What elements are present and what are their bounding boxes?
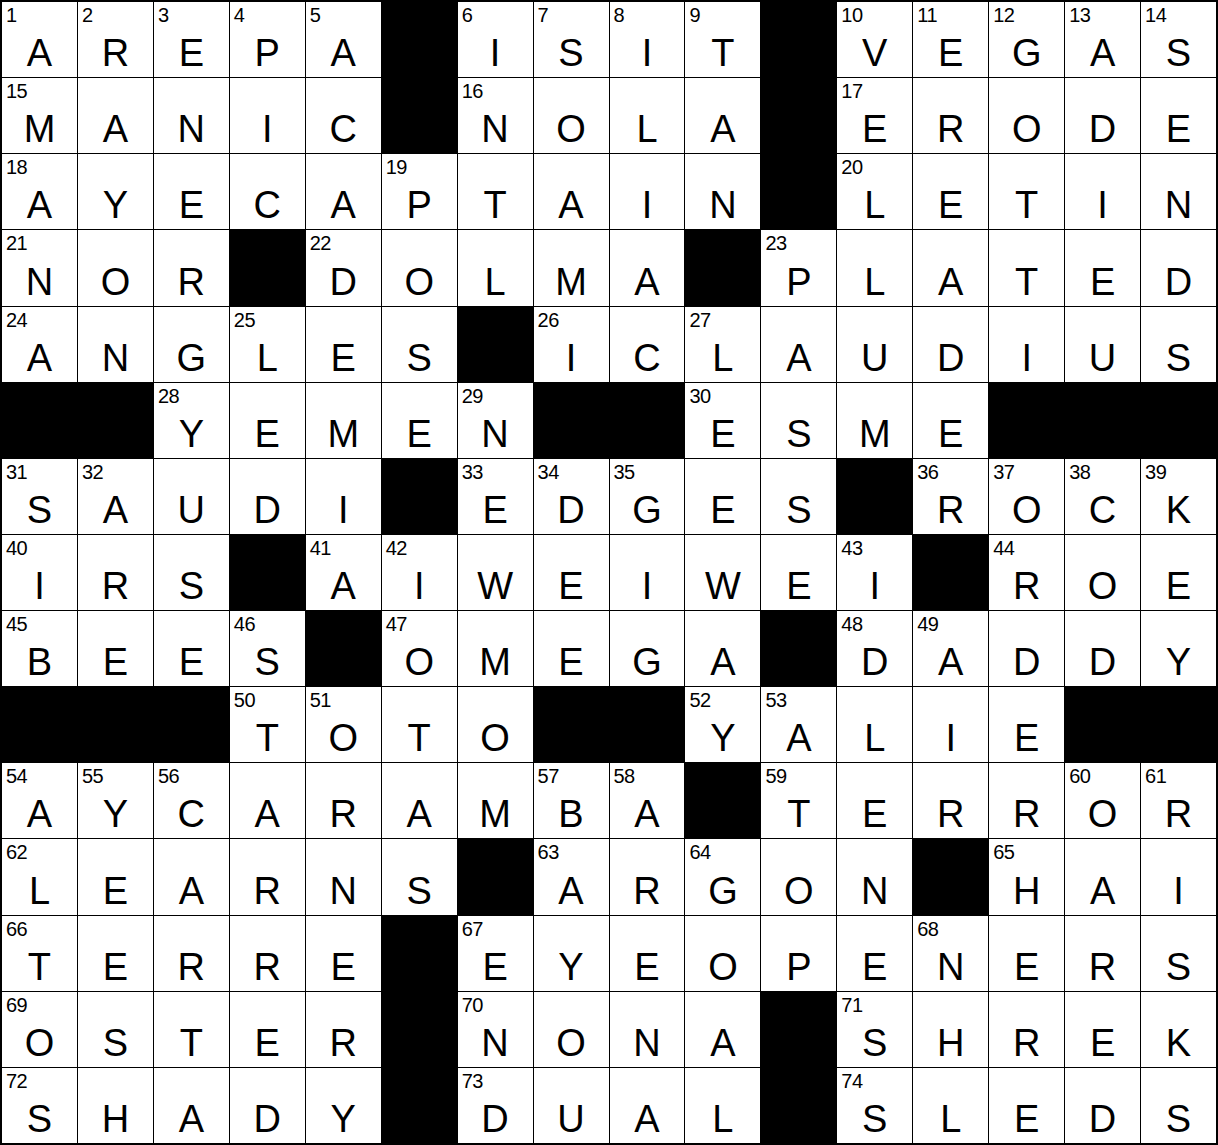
cell-r14c3[interactable]: T	[154, 992, 229, 1067]
cell-r4c13[interactable]: A	[913, 230, 988, 305]
cell-letter: V	[837, 34, 912, 72]
cell-r14c16[interactable]: K	[1141, 992, 1216, 1067]
cell-r1c14[interactable]: 12G	[989, 2, 1064, 77]
cell-letter: N	[685, 186, 760, 224]
cell-r3c2[interactable]: Y	[78, 154, 153, 229]
cell-r15c16[interactable]: S	[1141, 1068, 1216, 1143]
clue-number: 22	[310, 232, 331, 254]
cell-r2c15[interactable]: D	[1065, 78, 1140, 153]
cell-r13c5[interactable]: E	[306, 916, 381, 991]
cell-r1c12[interactable]: 10V	[837, 2, 912, 77]
cell-letter: B	[2, 643, 77, 681]
cell-r9c13[interactable]: 49A	[913, 611, 988, 686]
cell-letter: D	[458, 1100, 533, 1138]
cell-letter: A	[78, 110, 153, 148]
cell-r15c12[interactable]: 74S	[837, 1068, 912, 1143]
cell-letter: D	[1141, 263, 1216, 301]
cell-r2c16[interactable]: E	[1141, 78, 1216, 153]
cell-r6c7[interactable]: 29N	[458, 383, 533, 458]
cell-r6c13[interactable]: E	[913, 383, 988, 458]
cell-r12c9[interactable]: R	[610, 839, 685, 914]
cell-r10c12[interactable]: L	[837, 687, 912, 762]
cell-r10c4[interactable]: 50T	[230, 687, 305, 762]
cell-r10c1	[2, 687, 77, 762]
cell-r14c1[interactable]: 69O	[2, 992, 77, 1067]
cell-r6c16	[1141, 383, 1216, 458]
cell-r2c2[interactable]: A	[78, 78, 153, 153]
cell-r7c10[interactable]: E	[685, 459, 760, 534]
cell-letter: D	[230, 1100, 305, 1138]
cell-r7c15[interactable]: 38C	[1065, 459, 1140, 534]
cell-r10c16	[1141, 687, 1216, 762]
cell-r12c1[interactable]: 62L	[2, 839, 77, 914]
cell-r9c10[interactable]: A	[685, 611, 760, 686]
cell-r2c11	[761, 78, 836, 153]
cell-r9c2[interactable]: E	[78, 611, 153, 686]
cell-r5c15[interactable]: U	[1065, 307, 1140, 382]
cell-r4c15[interactable]: E	[1065, 230, 1140, 305]
cell-r13c3[interactable]: R	[154, 916, 229, 991]
cell-r3c9[interactable]: I	[610, 154, 685, 229]
clue-number: 30	[689, 385, 710, 407]
cell-letter: I	[1141, 872, 1216, 910]
cell-r4c7[interactable]: L	[458, 230, 533, 305]
cell-letter: E	[534, 567, 609, 605]
clue-number: 66	[6, 918, 27, 940]
cell-r15c15[interactable]: D	[1065, 1068, 1140, 1143]
cell-letter: G	[989, 34, 1064, 72]
cell-letter: L	[837, 186, 912, 224]
cell-letter: E	[913, 415, 988, 453]
cell-letter: L	[2, 872, 77, 910]
cell-r6c15	[1065, 383, 1140, 458]
cell-r11c8[interactable]: 57B	[534, 763, 609, 838]
cell-letter: O	[685, 948, 760, 986]
cell-r15c4[interactable]: D	[230, 1068, 305, 1143]
cell-r10c6[interactable]: T	[382, 687, 457, 762]
cell-r6c5[interactable]: M	[306, 383, 381, 458]
cell-r14c2[interactable]: S	[78, 992, 153, 1067]
cell-r6c3[interactable]: 28Y	[154, 383, 229, 458]
cell-r1c9[interactable]: 8I	[610, 2, 685, 77]
cell-letter: I	[610, 186, 685, 224]
cell-r7c9[interactable]: 35G	[610, 459, 685, 534]
cell-r6c4[interactable]: E	[230, 383, 305, 458]
cell-r4c9[interactable]: A	[610, 230, 685, 305]
cell-r8c14[interactable]: 44R	[989, 535, 1064, 610]
clue-number: 63	[538, 841, 559, 863]
cell-letter: I	[306, 491, 381, 529]
cell-r8c2[interactable]: R	[78, 535, 153, 610]
clue-number: 35	[614, 461, 635, 483]
cell-r13c4[interactable]: R	[230, 916, 305, 991]
cell-letter: D	[989, 643, 1064, 681]
cell-r3c16[interactable]: N	[1141, 154, 1216, 229]
cell-letter: B	[534, 795, 609, 833]
cell-r2c6	[382, 78, 457, 153]
cell-r7c13[interactable]: 36R	[913, 459, 988, 534]
cell-r13c15[interactable]: R	[1065, 916, 1140, 991]
cell-r2c5[interactable]: C	[306, 78, 381, 153]
cell-r14c9[interactable]: N	[610, 992, 685, 1067]
cell-r12c5[interactable]: N	[306, 839, 381, 914]
cell-r12c6[interactable]: S	[382, 839, 457, 914]
cell-r5c11[interactable]: A	[761, 307, 836, 382]
cell-r13c16[interactable]: S	[1141, 916, 1216, 991]
cell-r5c1[interactable]: 24A	[2, 307, 77, 382]
cell-r14c8[interactable]: O	[534, 992, 609, 1067]
cell-r15c5[interactable]: Y	[306, 1068, 381, 1143]
cell-letter: C	[306, 110, 381, 148]
cell-letter: T	[761, 795, 836, 833]
cell-r1c2[interactable]: 2R	[78, 2, 153, 77]
cell-r1c8[interactable]: 7S	[534, 2, 609, 77]
cell-r6c14	[989, 383, 1064, 458]
cell-r11c1[interactable]: 54A	[2, 763, 77, 838]
cell-r13c10[interactable]: O	[685, 916, 760, 991]
cell-r3c4[interactable]: C	[230, 154, 305, 229]
cell-letter: P	[382, 186, 457, 224]
cell-r13c12[interactable]: E	[837, 916, 912, 991]
cell-r10c14[interactable]: E	[989, 687, 1064, 762]
cell-r12c11[interactable]: O	[761, 839, 836, 914]
cell-letter: A	[761, 339, 836, 377]
cell-r8c10[interactable]: W	[685, 535, 760, 610]
cell-r3c13[interactable]: E	[913, 154, 988, 229]
cell-r14c12[interactable]: 71S	[837, 992, 912, 1067]
cell-r1c1[interactable]: 1A	[2, 2, 77, 77]
cell-r5c10[interactable]: 27L	[685, 307, 760, 382]
cell-letter: E	[685, 491, 760, 529]
cell-r8c6[interactable]: 42I	[382, 535, 457, 610]
cell-r11c6[interactable]: A	[382, 763, 457, 838]
cell-r7c5[interactable]: I	[306, 459, 381, 534]
cell-r12c2[interactable]: E	[78, 839, 153, 914]
cell-r14c10[interactable]: A	[685, 992, 760, 1067]
clue-number: 4	[234, 4, 245, 26]
cell-letter: I	[837, 567, 912, 605]
cell-r2c10[interactable]: A	[685, 78, 760, 153]
cell-r13c2[interactable]: E	[78, 916, 153, 991]
cell-r3c15[interactable]: I	[1065, 154, 1140, 229]
cell-r6c2	[78, 383, 153, 458]
cell-r7c4[interactable]: D	[230, 459, 305, 534]
cell-r3c3[interactable]: E	[154, 154, 229, 229]
cell-r11c12[interactable]: E	[837, 763, 912, 838]
clue-number: 52	[689, 689, 710, 711]
cell-letter: E	[610, 948, 685, 986]
cell-r10c11[interactable]: 53A	[761, 687, 836, 762]
cell-r15c2[interactable]: H	[78, 1068, 153, 1143]
clue-number: 9	[689, 4, 700, 26]
cell-r11c14[interactable]: R	[989, 763, 1064, 838]
cell-r15c8[interactable]: U	[534, 1068, 609, 1143]
clue-number: 7	[538, 4, 549, 26]
cell-r11c15[interactable]: 60O	[1065, 763, 1140, 838]
clue-number: 53	[765, 689, 786, 711]
cell-r5c9[interactable]: C	[610, 307, 685, 382]
cell-r9c15[interactable]: D	[1065, 611, 1140, 686]
cell-r13c8[interactable]: Y	[534, 916, 609, 991]
cell-letter: E	[458, 491, 533, 529]
cell-r1c10[interactable]: 9T	[685, 2, 760, 77]
cell-r14c7[interactable]: 70N	[458, 992, 533, 1067]
cell-letter: R	[1141, 795, 1216, 833]
cell-r3c7[interactable]: T	[458, 154, 533, 229]
cell-r13c9[interactable]: E	[610, 916, 685, 991]
cell-r10c10[interactable]: 52Y	[685, 687, 760, 762]
cell-r5c8[interactable]: 26I	[534, 307, 609, 382]
cell-letter: R	[989, 795, 1064, 833]
cell-r4c12[interactable]: L	[837, 230, 912, 305]
cell-r6c12[interactable]: M	[837, 383, 912, 458]
cell-r8c9[interactable]: I	[610, 535, 685, 610]
cell-r1c11	[761, 2, 836, 77]
cell-r9c8[interactable]: E	[534, 611, 609, 686]
cell-r11c16[interactable]: 61R	[1141, 763, 1216, 838]
clue-number: 40	[6, 537, 27, 559]
cell-r3c14[interactable]: T	[989, 154, 1064, 229]
cell-r9c16[interactable]: Y	[1141, 611, 1216, 686]
cell-r5c6[interactable]: S	[382, 307, 457, 382]
cell-r10c7[interactable]: O	[458, 687, 533, 762]
cell-r12c7	[458, 839, 533, 914]
cell-letter: G	[610, 491, 685, 529]
cell-letter: R	[989, 567, 1064, 605]
clue-number: 19	[386, 156, 407, 178]
cell-letter: E	[154, 643, 229, 681]
cell-r8c15[interactable]: O	[1065, 535, 1140, 610]
cell-r13c11[interactable]: P	[761, 916, 836, 991]
cell-r12c16[interactable]: I	[1141, 839, 1216, 914]
cell-r7c14[interactable]: 37O	[989, 459, 1064, 534]
cell-r15c13[interactable]: L	[913, 1068, 988, 1143]
cell-r2c1[interactable]: 15M	[2, 78, 77, 153]
cell-r15c1[interactable]: 72S	[2, 1068, 77, 1143]
cell-letter: S	[761, 415, 836, 453]
cell-r2c12[interactable]: 17E	[837, 78, 912, 153]
cell-r6c10[interactable]: 30E	[685, 383, 760, 458]
cell-letter: A	[610, 795, 685, 833]
clue-number: 11	[917, 4, 937, 26]
cell-r15c7[interactable]: 73D	[458, 1068, 533, 1143]
cell-r11c9[interactable]: 58A	[610, 763, 685, 838]
cell-r15c10[interactable]: L	[685, 1068, 760, 1143]
cell-r7c8[interactable]: 34D	[534, 459, 609, 534]
cell-r12c15[interactable]: A	[1065, 839, 1140, 914]
cell-r4c4	[230, 230, 305, 305]
clue-number: 69	[6, 994, 27, 1016]
cell-r9c3[interactable]: E	[154, 611, 229, 686]
cell-letter: M	[534, 263, 609, 301]
cell-r3c6[interactable]: 19P	[382, 154, 457, 229]
cell-r7c11[interactable]: S	[761, 459, 836, 534]
cell-r4c14[interactable]: T	[989, 230, 1064, 305]
cell-r3c1[interactable]: 18A	[2, 154, 77, 229]
cell-letter: T	[989, 186, 1064, 224]
cell-r8c12[interactable]: 43I	[837, 535, 912, 610]
cell-r9c14[interactable]: D	[989, 611, 1064, 686]
cell-r5c13[interactable]: D	[913, 307, 988, 382]
cell-letter: L	[837, 263, 912, 301]
clue-number: 15	[6, 80, 27, 102]
cell-r5c5[interactable]: E	[306, 307, 381, 382]
cell-r3c8[interactable]: A	[534, 154, 609, 229]
cell-r2c7[interactable]: 16N	[458, 78, 533, 153]
cell-r13c1[interactable]: 66T	[2, 916, 77, 991]
cell-r12c14[interactable]: 65H	[989, 839, 1064, 914]
clue-number: 32	[82, 461, 103, 483]
cell-r1c3[interactable]: 3E	[154, 2, 229, 77]
cell-r12c4[interactable]: R	[230, 839, 305, 914]
cell-r3c12[interactable]: 20L	[837, 154, 912, 229]
cell-r2c8[interactable]: O	[534, 78, 609, 153]
cell-letter: E	[989, 948, 1064, 986]
cell-letter: R	[913, 795, 988, 833]
cell-r5c14[interactable]: I	[989, 307, 1064, 382]
cell-r2c13[interactable]: R	[913, 78, 988, 153]
cell-r2c14[interactable]: O	[989, 78, 1064, 153]
cell-r8c5[interactable]: 41A	[306, 535, 381, 610]
cell-letter: R	[989, 1024, 1064, 1062]
cell-letter: Y	[78, 795, 153, 833]
cell-r14c11	[761, 992, 836, 1067]
cell-r6c6[interactable]: E	[382, 383, 457, 458]
cell-r8c1[interactable]: 40I	[2, 535, 77, 610]
cell-letter: R	[913, 491, 988, 529]
cell-r5c16[interactable]: S	[1141, 307, 1216, 382]
cell-letter: A	[2, 795, 77, 833]
cell-letter: E	[78, 643, 153, 681]
cell-r11c2[interactable]: 55Y	[78, 763, 153, 838]
cell-r2c3[interactable]: N	[154, 78, 229, 153]
cell-letter: E	[1065, 1024, 1140, 1062]
cell-r4c11[interactable]: 23P	[761, 230, 836, 305]
cell-r9c4[interactable]: 46S	[230, 611, 305, 686]
cell-r15c14[interactable]: E	[989, 1068, 1064, 1143]
cell-r3c5[interactable]: A	[306, 154, 381, 229]
cell-r4c6[interactable]: O	[382, 230, 457, 305]
clue-number: 48	[841, 613, 862, 635]
cell-r11c7[interactable]: M	[458, 763, 533, 838]
cell-r8c11[interactable]: E	[761, 535, 836, 610]
cell-letter: L	[685, 1100, 760, 1138]
cell-r1c7[interactable]: 6I	[458, 2, 533, 77]
cell-r10c13[interactable]: I	[913, 687, 988, 762]
cell-r4c2[interactable]: O	[78, 230, 153, 305]
cell-r5c12[interactable]: U	[837, 307, 912, 382]
cell-r8c16[interactable]: E	[1141, 535, 1216, 610]
cell-r9c9[interactable]: G	[610, 611, 685, 686]
cell-letter: S	[154, 567, 229, 605]
cell-letter: U	[1065, 339, 1140, 377]
cell-r14c14[interactable]: R	[989, 992, 1064, 1067]
cell-r13c13[interactable]: 68N	[913, 916, 988, 991]
cell-letter: T	[230, 719, 305, 757]
cell-r14c5[interactable]: R	[306, 992, 381, 1067]
cell-letter: N	[154, 110, 229, 148]
cell-letter: S	[2, 491, 77, 529]
cell-letter: W	[685, 567, 760, 605]
cell-r8c8[interactable]: E	[534, 535, 609, 610]
cell-letter: N	[306, 872, 381, 910]
cell-letter: E	[78, 948, 153, 986]
cell-letter: O	[534, 110, 609, 148]
cell-r4c8[interactable]: M	[534, 230, 609, 305]
cell-r11c3[interactable]: 56C	[154, 763, 229, 838]
cell-r5c2[interactable]: N	[78, 307, 153, 382]
cell-r11c13[interactable]: R	[913, 763, 988, 838]
cell-r1c15[interactable]: 13A	[1065, 2, 1140, 77]
cell-r14c15[interactable]: E	[1065, 992, 1140, 1067]
cell-r5c3[interactable]: G	[154, 307, 229, 382]
crossword-board: 1A2R3E4P5A6I7S8I9T10V11E12G13A14S15MANIC…	[0, 0, 1218, 1145]
cell-r12c3[interactable]: A	[154, 839, 229, 914]
cell-letter: S	[1141, 339, 1216, 377]
cell-letter: E	[382, 415, 457, 453]
cell-r9c12[interactable]: 48D	[837, 611, 912, 686]
cell-r4c3[interactable]: R	[154, 230, 229, 305]
cell-r6c11[interactable]: S	[761, 383, 836, 458]
cell-r14c4[interactable]: E	[230, 992, 305, 1067]
cell-letter: S	[1141, 1100, 1216, 1138]
cell-letter: I	[458, 34, 533, 72]
cell-r7c2[interactable]: 32A	[78, 459, 153, 534]
cell-r11c11[interactable]: 59T	[761, 763, 836, 838]
cell-r4c1[interactable]: 21N	[2, 230, 77, 305]
cell-r9c6[interactable]: 47O	[382, 611, 457, 686]
cell-r12c10[interactable]: 64G	[685, 839, 760, 914]
cell-r7c1[interactable]: 31S	[2, 459, 77, 534]
clue-number: 5	[310, 4, 321, 26]
cell-r11c4[interactable]: A	[230, 763, 305, 838]
cell-r15c3[interactable]: A	[154, 1068, 229, 1143]
cell-r5c4[interactable]: 25L	[230, 307, 305, 382]
cell-r1c5[interactable]: 5A	[306, 2, 381, 77]
cell-r8c13	[913, 535, 988, 610]
cell-r13c14[interactable]: E	[989, 916, 1064, 991]
cell-r4c5[interactable]: 22D	[306, 230, 381, 305]
cell-r15c9[interactable]: A	[610, 1068, 685, 1143]
cell-r1c4[interactable]: 4P	[230, 2, 305, 77]
cell-r3c10[interactable]: N	[685, 154, 760, 229]
cell-r8c7[interactable]: W	[458, 535, 533, 610]
cell-letter: G	[685, 872, 760, 910]
clue-number: 54	[6, 765, 27, 787]
cell-r7c16[interactable]: 39K	[1141, 459, 1216, 534]
cell-letter: O	[382, 643, 457, 681]
cell-r8c3[interactable]: S	[154, 535, 229, 610]
cell-r2c9[interactable]: L	[610, 78, 685, 153]
cell-r7c7[interactable]: 33E	[458, 459, 533, 534]
cell-r10c5[interactable]: 51O	[306, 687, 381, 762]
cell-r12c12[interactable]: N	[837, 839, 912, 914]
cell-r12c8[interactable]: 63A	[534, 839, 609, 914]
cell-letter: A	[2, 339, 77, 377]
cell-r11c5[interactable]: R	[306, 763, 381, 838]
cell-r9c1[interactable]: 45B	[2, 611, 77, 686]
cell-r14c13[interactable]: H	[913, 992, 988, 1067]
cell-r7c3[interactable]: U	[154, 459, 229, 534]
cell-letter: W	[458, 567, 533, 605]
cell-r13c7[interactable]: 67E	[458, 916, 533, 991]
cell-r2c4[interactable]: I	[230, 78, 305, 153]
cell-r1c16[interactable]: 14S	[1141, 2, 1216, 77]
clue-number: 14	[1145, 4, 1166, 26]
cell-r9c7[interactable]: M	[458, 611, 533, 686]
cell-r1c13[interactable]: 11E	[913, 2, 988, 77]
cell-r4c16[interactable]: D	[1141, 230, 1216, 305]
